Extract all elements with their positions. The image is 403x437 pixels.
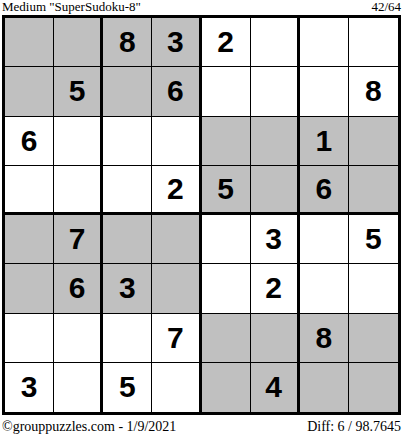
cell-r1c8[interactable] bbox=[349, 18, 398, 67]
cell-r8c2[interactable] bbox=[54, 363, 103, 412]
cell-r3c1[interactable]: 6 bbox=[5, 117, 54, 166]
cell-r1c1[interactable] bbox=[5, 18, 54, 67]
cell-r7c7[interactable]: 8 bbox=[300, 314, 349, 363]
cell-r7c3[interactable] bbox=[103, 314, 152, 363]
cell-r4c8[interactable] bbox=[349, 166, 398, 215]
cell-r7c1[interactable] bbox=[5, 314, 54, 363]
cell-r6c1[interactable] bbox=[5, 264, 54, 313]
cell-r4c4[interactable]: 2 bbox=[152, 166, 201, 215]
cell-r3c2[interactable] bbox=[54, 117, 103, 166]
cell-r8c3[interactable]: 5 bbox=[103, 363, 152, 412]
cell-r2c8[interactable]: 8 bbox=[349, 67, 398, 116]
cell-r2c2[interactable]: 5 bbox=[54, 67, 103, 116]
cell-r5c2[interactable]: 7 bbox=[54, 215, 103, 264]
cell-r8c7[interactable] bbox=[300, 363, 349, 412]
cell-r8c6[interactable]: 4 bbox=[251, 363, 300, 412]
puzzle-counter: 42/64 bbox=[371, 0, 401, 13]
cell-r1c4[interactable]: 3 bbox=[152, 18, 201, 67]
cell-r2c5[interactable] bbox=[202, 67, 251, 116]
header: Medium "SuperSudoku-8" 42/64 bbox=[2, 0, 401, 14]
cell-r5c8[interactable]: 5 bbox=[349, 215, 398, 264]
cell-r6c5[interactable] bbox=[202, 264, 251, 313]
cell-r5c7[interactable] bbox=[300, 215, 349, 264]
cell-r3c8[interactable] bbox=[349, 117, 398, 166]
cell-r8c5[interactable] bbox=[202, 363, 251, 412]
cell-r4c6[interactable] bbox=[251, 166, 300, 215]
cell-r7c6[interactable] bbox=[251, 314, 300, 363]
cell-r3c6[interactable] bbox=[251, 117, 300, 166]
cell-r5c3[interactable] bbox=[103, 215, 152, 264]
cell-r7c4[interactable]: 7 bbox=[152, 314, 201, 363]
page-title: Medium "SuperSudoku-8" bbox=[2, 0, 141, 13]
cell-r5c1[interactable] bbox=[5, 215, 54, 264]
footer: ©grouppuzzles.com - 1/9/2021 Diff: 6 / 9… bbox=[2, 419, 401, 434]
cell-r2c6[interactable] bbox=[251, 67, 300, 116]
cell-r5c6[interactable]: 3 bbox=[251, 215, 300, 264]
cell-r3c5[interactable] bbox=[202, 117, 251, 166]
cell-r1c7[interactable] bbox=[300, 18, 349, 67]
cell-r5c5[interactable] bbox=[202, 215, 251, 264]
cell-r6c6[interactable]: 2 bbox=[251, 264, 300, 313]
cell-r1c3[interactable]: 8 bbox=[103, 18, 152, 67]
cell-r1c6[interactable] bbox=[251, 18, 300, 67]
cell-r3c4[interactable] bbox=[152, 117, 201, 166]
cell-r3c7[interactable]: 1 bbox=[300, 117, 349, 166]
cell-r8c1[interactable]: 3 bbox=[5, 363, 54, 412]
copyright-credit: ©grouppuzzles.com - 1/9/2021 bbox=[2, 419, 176, 434]
cell-r4c7[interactable]: 6 bbox=[300, 166, 349, 215]
cell-r7c2[interactable] bbox=[54, 314, 103, 363]
cell-r1c5[interactable]: 2 bbox=[202, 18, 251, 67]
cell-r6c2[interactable]: 6 bbox=[54, 264, 103, 313]
cell-r4c3[interactable] bbox=[103, 166, 152, 215]
cell-r5c4[interactable] bbox=[152, 215, 201, 264]
cell-r8c4[interactable] bbox=[152, 363, 201, 412]
cell-r6c4[interactable] bbox=[152, 264, 201, 313]
cell-r4c1[interactable] bbox=[5, 166, 54, 215]
cell-r2c1[interactable] bbox=[5, 67, 54, 116]
cell-r6c7[interactable] bbox=[300, 264, 349, 313]
cell-r2c3[interactable] bbox=[103, 67, 152, 116]
cell-r7c5[interactable] bbox=[202, 314, 251, 363]
cell-r3c3[interactable] bbox=[103, 117, 152, 166]
difficulty-label: Diff: 6 / 98.7645 bbox=[307, 419, 401, 434]
cell-r8c8[interactable] bbox=[349, 363, 398, 412]
cell-r7c8[interactable] bbox=[349, 314, 398, 363]
cell-r4c5[interactable]: 5 bbox=[202, 166, 251, 215]
cell-r2c7[interactable] bbox=[300, 67, 349, 116]
cell-r6c8[interactable] bbox=[349, 264, 398, 313]
cell-r1c2[interactable] bbox=[54, 18, 103, 67]
cell-r6c3[interactable]: 3 bbox=[103, 264, 152, 313]
cell-r2c4[interactable]: 6 bbox=[152, 67, 201, 116]
cell-r4c2[interactable] bbox=[54, 166, 103, 215]
puzzle-page: Medium "SuperSudoku-8" 42/64 83256861256… bbox=[0, 0, 403, 437]
sudoku-board: 8325686125673563278354 bbox=[2, 15, 401, 415]
